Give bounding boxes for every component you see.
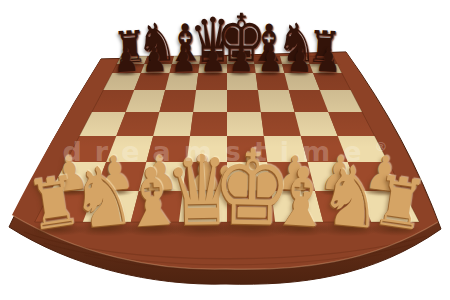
stock-photo-canvas: ♜♞♝♛♚♝♞♜♟♟♟♟♟♟♟♟♟♟♟♟♟♟♟♟♜♞♝♛♚♝♞♜ dreamst… <box>0 0 450 300</box>
black-pawn-glyph: ♟ <box>200 44 226 78</box>
black-pawn-glyph: ♟ <box>315 43 342 78</box>
black-pawn-glyph: ♟ <box>257 44 283 78</box>
black-pawn-glyph: ♟ <box>170 44 196 78</box>
black-pawn-glyph: ♟ <box>229 44 255 78</box>
black-pawn-glyph: ♟ <box>286 43 313 78</box>
white-rook-glyph: ♜ <box>370 165 431 240</box>
black-pawn-glyph: ♟ <box>141 43 168 78</box>
black-pawn-glyph: ♟ <box>112 43 139 78</box>
pieces-layer: ♜♞♝♛♚♝♞♜♟♟♟♟♟♟♟♟♟♟♟♟♟♟♟♟♜♞♝♛♚♝♞♜ <box>0 0 450 300</box>
